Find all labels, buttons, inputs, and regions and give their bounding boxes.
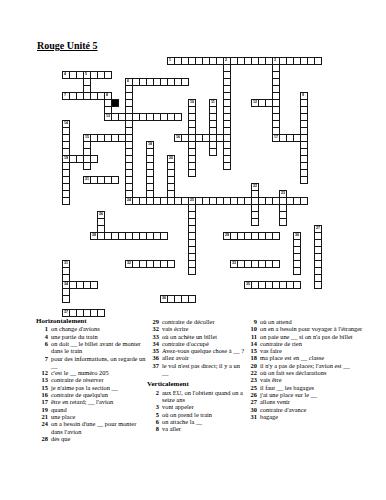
clue-text: une partie du train [51, 333, 148, 340]
clue: 13contraire de réserver [36, 376, 148, 383]
clue-text: contraire de quelqu'un [51, 391, 148, 398]
cell-number: 27 [316, 226, 320, 230]
clue-number: 18 [245, 354, 260, 361]
cell-number: 23 [281, 191, 285, 195]
cell-number: 13 [106, 114, 110, 118]
clue-text: ma place est en __ classe [260, 354, 381, 361]
clue-number: 7 [36, 355, 51, 370]
clue-text: dès que [51, 435, 148, 442]
clue-number: 16 [36, 391, 51, 398]
clue-text: bagage [260, 413, 381, 420]
clue: 11on paie une __ si on n'a pas de billet [245, 333, 381, 340]
grid-cell[interactable] [125, 127, 133, 135]
grid-cell[interactable] [167, 190, 175, 198]
cell-number: 33 [232, 261, 236, 265]
clue: 5où on prend le train [147, 411, 247, 418]
clue-number: 14 [245, 340, 260, 347]
grid-cell[interactable] [83, 85, 91, 93]
clue-number: 25 [245, 384, 260, 391]
clue: 16contraire de quelqu'un [36, 391, 148, 398]
clue: 15vas faire [245, 347, 381, 354]
clue: 20il n'y a pas de places; l'avion est __ [245, 362, 381, 369]
grid-cell[interactable] [62, 197, 70, 205]
clue-number: 36 [147, 354, 162, 361]
cell-number: 34 [64, 282, 68, 286]
grid-cell[interactable] [97, 309, 105, 317]
clue-number: 8 [147, 425, 162, 432]
grid-cell[interactable] [223, 162, 231, 170]
clue: 15je n'aime pas la section __ [36, 384, 148, 391]
clue: 24on a besoin d'une __ pour monter dans … [36, 420, 148, 435]
grid-cell[interactable] [279, 218, 287, 226]
cell-number: 29 [225, 233, 229, 237]
clue-text: vont appeler [162, 403, 247, 410]
clue-text: quand [51, 406, 148, 413]
cell-number: 37 [64, 310, 68, 314]
cell-number: 14 [64, 121, 68, 125]
clue: 32vais écrire [147, 325, 247, 332]
clue-number: 4 [36, 333, 51, 340]
clue-number: 28 [36, 435, 51, 442]
grid-cell[interactable] [223, 127, 231, 135]
clue-number: 29 [147, 318, 162, 325]
cell-number: 21 [85, 177, 89, 181]
grid-cell[interactable] [209, 127, 217, 135]
clue: 17être en retard; __ l'avion [36, 398, 148, 405]
clue-number: 19 [36, 406, 51, 413]
clue-number: 1 [36, 325, 51, 332]
clue-text: être en retard; __ l'avion [51, 398, 148, 405]
cell-number: 18 [148, 142, 152, 146]
cell-number: 7 [64, 93, 66, 97]
clue-text: va aller [162, 425, 247, 432]
clue-text: on attache la __ [162, 418, 247, 425]
clue-text: contraire d'avance [260, 406, 381, 413]
clue-number: 31 [245, 413, 260, 420]
cell-number: 32 [127, 261, 131, 265]
clue-text: contraire de décoller [162, 318, 247, 325]
grid-cell[interactable] [90, 155, 98, 163]
grid-cell[interactable] [188, 267, 196, 275]
cell-number: 9 [302, 93, 304, 97]
cell-number: 12 [253, 100, 257, 104]
cell-number: 6 [127, 79, 129, 83]
clue-number: 10 [245, 325, 260, 332]
cell-number: 11 [211, 100, 215, 104]
clue: 4une partie du train [36, 333, 148, 340]
clue: 34contraire d'occupé [147, 340, 247, 347]
clue-text: pour des informations, on regarde un __ [51, 355, 148, 370]
clue-text: vais écrire [162, 325, 247, 332]
cell-number: 15 [85, 135, 89, 139]
clue: 2aux EU, on l'obtient quand on a seize a… [147, 389, 247, 404]
clue-text: il faut __ les bagages [260, 384, 381, 391]
cell-number: 17 [274, 135, 278, 139]
clue-text: vais être [260, 376, 381, 383]
cell-number: 1 [169, 58, 171, 62]
grid-cell[interactable] [251, 190, 259, 198]
grid-cell[interactable] [90, 281, 98, 289]
clue-text: on en a besoin pour voyager à l'étranger [260, 325, 381, 332]
clue: 26j'ai une place sur le __ [245, 391, 381, 398]
clue-number: 20 [245, 362, 260, 369]
grid-cell[interactable] [300, 197, 308, 205]
clue-number: 9 [245, 318, 260, 325]
grid-cell[interactable] [293, 267, 301, 275]
grid-cell[interactable] [272, 232, 280, 240]
grid-cell[interactable]: 23 [279, 190, 287, 198]
clue-text: contraire d'occupé [162, 340, 247, 347]
clue-number: 3 [147, 403, 162, 410]
clue-text: le vol n'est pas direct; il y a un __ [162, 362, 247, 377]
grid-cell[interactable] [83, 148, 91, 156]
clue: 30contraire d'avance [245, 406, 381, 413]
clue-number: 11 [245, 333, 260, 340]
clue: 10on en a besoin pour voyager à l'étrang… [245, 325, 381, 332]
clue-number: 15 [36, 384, 51, 391]
clue-number: 21 [36, 413, 51, 420]
clue-text: vas faire [260, 347, 381, 354]
clue-number: 27 [245, 398, 260, 405]
clue: 6on attache la __ [147, 418, 247, 425]
cell-number: 16 [176, 135, 180, 139]
grid-cell[interactable] [188, 169, 196, 177]
grid-cell[interactable] [62, 148, 70, 156]
grid-cell[interactable] [146, 190, 154, 198]
clue: 12c'est le __ numéro 205 [36, 369, 148, 376]
clue: 1on change d'avions [36, 325, 148, 332]
clue-text: aux EU, on l'obtient quand on a seize an… [162, 389, 247, 404]
grid-cell[interactable] [300, 176, 308, 184]
clue-number: 12 [36, 369, 51, 376]
clue: 6on doit __ le billet avant de monter da… [36, 340, 148, 355]
grid-cell[interactable] [125, 190, 133, 198]
clue-number: 6 [36, 340, 51, 355]
clue-text: on a besoin d'une __ pour monter dans l'… [51, 420, 148, 435]
grid-cell[interactable] [181, 78, 189, 86]
clue: 31bagage [245, 413, 381, 420]
page-title: Rouge Unité 5 [37, 40, 98, 51]
clue: 22où on fait ses déclarations [245, 369, 381, 376]
grid-cell[interactable] [104, 106, 112, 114]
clue-text: on paie une __ si on n'a pas de billet [260, 333, 381, 340]
clue-text: on doit __ le billet avant de monter dan… [51, 340, 148, 355]
clue: 37le vol n'est pas direct; il y a un __ [147, 362, 247, 377]
grid-cell[interactable] [188, 295, 196, 303]
clue-number: 33 [147, 333, 162, 340]
grid-cell[interactable] [62, 295, 70, 303]
cell-number: 36 [162, 296, 166, 300]
clue: 35Avez-vous quelque chose à __ ? [147, 347, 247, 354]
cell-number: 35 [246, 282, 250, 286]
page-root: { "title": "Rouge Unité 5", "game": "cro… [0, 0, 386, 500]
clue-text: où on attend [260, 318, 381, 325]
grid-cell[interactable] [97, 225, 105, 233]
clue: 23vais être [245, 376, 381, 383]
clue-text: on change d'avions [51, 325, 148, 332]
clue-column-middle: 29contraire de décoller32vais écrire33où… [147, 318, 247, 433]
cell-number: 3 [274, 58, 276, 62]
grid-cell[interactable] [272, 260, 280, 268]
clue: 8va aller [147, 425, 247, 432]
clue-number: 5 [147, 411, 162, 418]
clue-text: Avez-vous quelque chose à __ ? [162, 347, 247, 354]
clue-number: 35 [147, 347, 162, 354]
cell-number: 25 [190, 198, 194, 202]
clue: 25il faut __ les bagages [245, 384, 381, 391]
cell-number: 10 [190, 100, 194, 104]
clue-section-header: Horizontalement [36, 318, 148, 325]
clue-column-left: Horizontalement1on change d'avions4une p… [36, 318, 148, 442]
clue: 7pour des informations, on regarde un __ [36, 355, 148, 370]
grid-cell[interactable] [167, 260, 175, 268]
clue-number: 15 [245, 347, 260, 354]
clue-number: 34 [147, 340, 162, 347]
grid-cell[interactable] [293, 281, 301, 289]
cell-number: 28 [92, 233, 96, 237]
crossword-grid: 1234567812131516171921242528293233343536… [62, 57, 324, 319]
cell-number: 22 [253, 184, 257, 188]
grid-cell[interactable] [125, 106, 133, 114]
clue-text: contraire de réserver [51, 376, 148, 383]
grid-cell[interactable] [83, 162, 91, 170]
black-cell [111, 99, 119, 107]
clue: 18ma place est en __ classe [245, 354, 381, 361]
clue-text: une place [51, 413, 148, 420]
clue-number: 2 [147, 389, 162, 404]
clue-text: c'est le __ numéro 205 [51, 369, 148, 376]
clue-section-header: Verticalement [147, 381, 247, 388]
clue: 36allez avoir [147, 354, 247, 361]
grid-cell[interactable] [174, 113, 182, 121]
clue-number: 13 [36, 376, 51, 383]
clue-number: 32 [147, 325, 162, 332]
clue-number: 30 [245, 406, 260, 413]
clue: 3vont appeler [147, 403, 247, 410]
grid-cell[interactable] [188, 127, 196, 135]
clue-text: allons venir [260, 398, 381, 405]
grid-cell[interactable] [300, 127, 308, 135]
clue: 14contraire de rien [245, 340, 381, 347]
grid-cell[interactable] [160, 232, 168, 240]
clue: 21une place [36, 413, 148, 420]
grid-cell[interactable] [314, 281, 322, 289]
clue-number: 22 [245, 369, 260, 376]
cell-number: 8 [106, 93, 108, 97]
clue-text: où on prend le train [162, 411, 247, 418]
clue-column-right: 9où on attend10on en a besoin pour voyag… [245, 318, 381, 420]
clue-text: où on fait ses déclarations [260, 369, 381, 376]
clue-number: 17 [36, 398, 51, 405]
cell-number: 31 [64, 261, 68, 265]
cell-number: 20 [169, 156, 173, 160]
clue-number: 6 [147, 418, 162, 425]
clue-number: 26 [245, 391, 260, 398]
clue: 19quand [36, 406, 148, 413]
clue: 28dès que [36, 435, 148, 442]
clue: 33où on achète un billet [147, 333, 247, 340]
clue: 9où on attend [245, 318, 381, 325]
clue: 27allons venir [245, 398, 381, 405]
clue-number: 37 [147, 362, 162, 377]
clue-text: j'ai une place sur le __ [260, 391, 381, 398]
cell-number: 26 [99, 212, 103, 216]
cell-number: 2 [225, 58, 227, 62]
clue: 29contraire de décoller [147, 318, 247, 325]
grid-cell[interactable] [111, 176, 119, 184]
clue-number: 24 [36, 420, 51, 435]
grid-cell[interactable] [104, 71, 112, 79]
cell-number: 24 [127, 198, 131, 202]
cell-number: 30 [295, 233, 299, 237]
grid-cell[interactable] [251, 218, 259, 226]
clue-text: je n'aime pas la section __ [51, 384, 148, 391]
cell-number: 19 [64, 156, 68, 160]
grid-cell[interactable] [314, 57, 322, 65]
grid-cell[interactable] [272, 127, 280, 135]
clue-text: il n'y a pas de places; l'avion est __ [260, 362, 381, 369]
clue-text: où on achète un billet [162, 333, 247, 340]
cell-number: 5 [85, 72, 87, 76]
grid-cell[interactable] [62, 274, 70, 282]
grid-cell[interactable] [209, 148, 217, 156]
clue-number: 23 [245, 376, 260, 383]
clue-text: contraire de rien [260, 340, 381, 347]
cell-number: 4 [64, 72, 66, 76]
clue-text: allez avoir [162, 354, 247, 361]
